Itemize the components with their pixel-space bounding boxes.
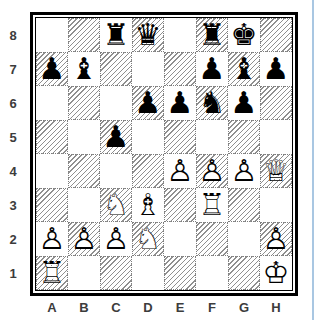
square-f4[interactable]: ♟♙ xyxy=(196,154,228,188)
square-a5[interactable] xyxy=(36,120,68,154)
square-d5[interactable] xyxy=(132,120,164,154)
square-c2[interactable]: ♟♙ xyxy=(100,222,132,256)
square-g1[interactable] xyxy=(228,256,260,290)
piece-black-pawn: ♟ xyxy=(36,52,68,86)
square-a6[interactable] xyxy=(36,86,68,120)
piece-black-queen: ♛ xyxy=(132,18,164,52)
rank-label-8: 8 xyxy=(2,18,24,52)
square-e5[interactable] xyxy=(164,120,196,154)
file-label-c: C xyxy=(100,299,132,315)
file-label-g: G xyxy=(228,299,260,315)
square-e7[interactable] xyxy=(164,52,196,86)
square-b5[interactable] xyxy=(68,120,100,154)
chess-board-frame: ♜♛♜♚♟♝♟♝♟♟♟♞♟♟♟♙♟♙♟♙♛♕♞♘♝♗♜♖♟♙♟♙♟♙♞♘♟♙♜♖… xyxy=(30,12,298,296)
square-e4[interactable]: ♟♙ xyxy=(164,154,196,188)
file-label-a: A xyxy=(36,299,68,315)
square-a1[interactable]: ♜♖ xyxy=(36,256,68,290)
square-h5[interactable] xyxy=(260,120,292,154)
piece-black-rook: ♜ xyxy=(100,18,132,52)
square-d1[interactable] xyxy=(132,256,164,290)
piece-black-bishop: ♝ xyxy=(228,52,260,86)
square-b6[interactable] xyxy=(68,86,100,120)
piece-black-king: ♚ xyxy=(228,18,260,52)
piece-black-pawn: ♟ xyxy=(132,86,164,120)
piece-white-pawn: ♙ xyxy=(164,154,196,188)
square-a7[interactable]: ♟ xyxy=(36,52,68,86)
square-g6[interactable]: ♟ xyxy=(228,86,260,120)
square-h4[interactable]: ♛♕ xyxy=(260,154,292,188)
image-edge-line xyxy=(312,0,314,320)
square-c4[interactable] xyxy=(100,154,132,188)
piece-white-pawn: ♙ xyxy=(260,222,292,256)
square-b1[interactable] xyxy=(68,256,100,290)
square-h7[interactable]: ♟ xyxy=(260,52,292,86)
rank-label-5: 5 xyxy=(2,120,24,154)
square-e6[interactable]: ♟ xyxy=(164,86,196,120)
square-h8[interactable] xyxy=(260,18,292,52)
file-label-b: B xyxy=(68,299,100,315)
square-a8[interactable] xyxy=(36,18,68,52)
file-label-e: E xyxy=(164,299,196,315)
square-h6[interactable] xyxy=(260,86,292,120)
rank-label-6: 6 xyxy=(2,86,24,120)
rank-label-4: 4 xyxy=(2,154,24,188)
piece-black-pawn: ♟ xyxy=(260,52,292,86)
piece-white-knight: ♘ xyxy=(132,222,164,256)
piece-white-rook: ♖ xyxy=(36,256,68,290)
square-e2[interactable] xyxy=(164,222,196,256)
square-h2[interactable]: ♟♙ xyxy=(260,222,292,256)
square-a2[interactable]: ♟♙ xyxy=(36,222,68,256)
square-b8[interactable] xyxy=(68,18,100,52)
square-a3[interactable] xyxy=(36,188,68,222)
piece-white-knight: ♘ xyxy=(100,188,132,222)
square-c8[interactable]: ♜ xyxy=(100,18,132,52)
square-b7[interactable]: ♝ xyxy=(68,52,100,86)
square-f8[interactable]: ♜ xyxy=(196,18,228,52)
square-g8[interactable]: ♚ xyxy=(228,18,260,52)
square-b3[interactable] xyxy=(68,188,100,222)
piece-white-pawn: ♙ xyxy=(36,222,68,256)
rank-label-1: 1 xyxy=(2,256,24,290)
piece-white-pawn: ♙ xyxy=(196,154,228,188)
square-h1[interactable]: ♚♔ xyxy=(260,256,292,290)
piece-white-queen: ♕ xyxy=(260,154,292,188)
piece-white-bishop: ♗ xyxy=(132,188,164,222)
square-c3[interactable]: ♞♘ xyxy=(100,188,132,222)
piece-black-knight: ♞ xyxy=(196,86,228,120)
rank-labels: 87654321 xyxy=(2,18,24,290)
square-a4[interactable] xyxy=(36,154,68,188)
square-c5[interactable]: ♟ xyxy=(100,120,132,154)
square-d7[interactable] xyxy=(132,52,164,86)
piece-white-pawn: ♙ xyxy=(228,154,260,188)
square-b4[interactable] xyxy=(68,154,100,188)
rank-label-7: 7 xyxy=(2,52,24,86)
square-c1[interactable] xyxy=(100,256,132,290)
square-e8[interactable] xyxy=(164,18,196,52)
rank-label-2: 2 xyxy=(2,222,24,256)
piece-black-pawn: ♟ xyxy=(164,86,196,120)
square-f5[interactable] xyxy=(196,120,228,154)
square-f7[interactable]: ♟ xyxy=(196,52,228,86)
square-f3[interactable]: ♜♖ xyxy=(196,188,228,222)
piece-black-pawn: ♟ xyxy=(196,52,228,86)
square-f1[interactable] xyxy=(196,256,228,290)
piece-white-rook: ♖ xyxy=(196,188,228,222)
square-e3[interactable] xyxy=(164,188,196,222)
square-c7[interactable] xyxy=(100,52,132,86)
square-g2[interactable] xyxy=(228,222,260,256)
square-g3[interactable] xyxy=(228,188,260,222)
square-d8[interactable]: ♛ xyxy=(132,18,164,52)
square-b2[interactable]: ♟♙ xyxy=(68,222,100,256)
square-d3[interactable]: ♝♗ xyxy=(132,188,164,222)
square-g4[interactable]: ♟♙ xyxy=(228,154,260,188)
square-d4[interactable] xyxy=(132,154,164,188)
piece-black-pawn: ♟ xyxy=(228,86,260,120)
piece-white-king: ♔ xyxy=(260,256,292,290)
file-labels: ABCDEFGH xyxy=(36,299,292,315)
square-e1[interactable] xyxy=(164,256,196,290)
piece-black-pawn: ♟ xyxy=(100,120,132,154)
file-label-f: F xyxy=(196,299,228,315)
square-d6[interactable]: ♟ xyxy=(132,86,164,120)
square-g5[interactable] xyxy=(228,120,260,154)
piece-black-rook: ♜ xyxy=(196,18,228,52)
piece-white-pawn: ♙ xyxy=(68,222,100,256)
board-grid: ♜♛♜♚♟♝♟♝♟♟♟♞♟♟♟♙♟♙♟♙♛♕♞♘♝♗♜♖♟♙♟♙♟♙♞♘♟♙♜♖… xyxy=(36,18,292,290)
square-h3[interactable] xyxy=(260,188,292,222)
square-c6[interactable] xyxy=(100,86,132,120)
piece-white-pawn: ♙ xyxy=(100,222,132,256)
piece-black-bishop: ♝ xyxy=(68,52,100,86)
file-label-h: H xyxy=(260,299,292,315)
square-f2[interactable] xyxy=(196,222,228,256)
square-d2[interactable]: ♞♘ xyxy=(132,222,164,256)
chess-diagram-page: 87654321 ♜♛♜♚♟♝♟♝♟♟♟♞♟♟♟♙♟♙♟♙♛♕♞♘♝♗♜♖♟♙♟… xyxy=(0,0,314,320)
square-f6[interactable]: ♞ xyxy=(196,86,228,120)
chess-board: ♜♛♜♚♟♝♟♝♟♟♟♞♟♟♟♙♟♙♟♙♛♕♞♘♝♗♜♖♟♙♟♙♟♙♞♘♟♙♜♖… xyxy=(35,17,293,291)
rank-label-3: 3 xyxy=(2,188,24,222)
file-label-d: D xyxy=(132,299,164,315)
square-g7[interactable]: ♝ xyxy=(228,52,260,86)
